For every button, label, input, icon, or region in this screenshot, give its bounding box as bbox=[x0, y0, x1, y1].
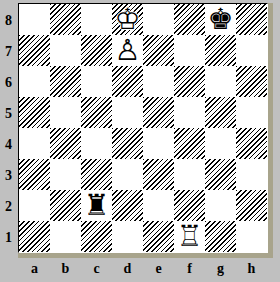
board-grid: ♚♔♚♚♟♙♜♜♜♖ bbox=[19, 4, 267, 252]
square-e3[interactable] bbox=[143, 159, 174, 190]
file-label-h: h bbox=[236, 261, 267, 277]
square-b1[interactable] bbox=[50, 221, 81, 252]
square-f8[interactable] bbox=[174, 4, 205, 35]
square-h4[interactable] bbox=[236, 128, 267, 159]
square-e5[interactable] bbox=[143, 97, 174, 128]
rank-label-3: 3 bbox=[0, 159, 17, 190]
rank-label-2: 2 bbox=[0, 190, 17, 221]
square-c6[interactable] bbox=[81, 66, 112, 97]
square-g7[interactable] bbox=[205, 35, 236, 66]
square-g4[interactable] bbox=[205, 128, 236, 159]
square-c7[interactable] bbox=[81, 35, 112, 66]
square-f6[interactable] bbox=[174, 66, 205, 97]
square-g1[interactable] bbox=[205, 221, 236, 252]
square-b3[interactable] bbox=[50, 159, 81, 190]
file-label-e: e bbox=[143, 261, 174, 277]
king-glyph: ♚ bbox=[208, 5, 234, 34]
white-rook[interactable]: ♜♖ bbox=[174, 221, 205, 252]
king-glyph: ♔ bbox=[115, 5, 141, 34]
square-h7[interactable] bbox=[236, 35, 267, 66]
square-d8[interactable]: ♚♔ bbox=[112, 4, 143, 35]
file-label-c: c bbox=[81, 261, 112, 277]
rank-label-6: 6 bbox=[0, 66, 17, 97]
black-king[interactable]: ♚♚ bbox=[205, 4, 236, 35]
square-a2[interactable] bbox=[19, 190, 50, 221]
square-h1[interactable] bbox=[236, 221, 267, 252]
square-c5[interactable] bbox=[81, 97, 112, 128]
pawn-glyph: ♙ bbox=[115, 36, 141, 65]
square-f1[interactable]: ♜♖ bbox=[174, 221, 205, 252]
square-e6[interactable] bbox=[143, 66, 174, 97]
square-b4[interactable] bbox=[50, 128, 81, 159]
square-a3[interactable] bbox=[19, 159, 50, 190]
square-h2[interactable] bbox=[236, 190, 267, 221]
square-g5[interactable] bbox=[205, 97, 236, 128]
square-d3[interactable] bbox=[112, 159, 143, 190]
board-frame: ♚♔♚♚♟♙♜♜♜♖ bbox=[18, 3, 273, 258]
square-b8[interactable] bbox=[50, 4, 81, 35]
square-f7[interactable] bbox=[174, 35, 205, 66]
square-f2[interactable] bbox=[174, 190, 205, 221]
square-a4[interactable] bbox=[19, 128, 50, 159]
square-b6[interactable] bbox=[50, 66, 81, 97]
square-h6[interactable] bbox=[236, 66, 267, 97]
square-f5[interactable] bbox=[174, 97, 205, 128]
square-d4[interactable] bbox=[112, 128, 143, 159]
square-a6[interactable] bbox=[19, 66, 50, 97]
square-d6[interactable] bbox=[112, 66, 143, 97]
square-b5[interactable] bbox=[50, 97, 81, 128]
rank-label-1: 1 bbox=[0, 221, 17, 252]
square-h3[interactable] bbox=[236, 159, 267, 190]
square-g8[interactable]: ♚♚ bbox=[205, 4, 236, 35]
square-e7[interactable] bbox=[143, 35, 174, 66]
square-a1[interactable] bbox=[19, 221, 50, 252]
board-border: ♚♔♚♚♟♙♜♜♜♖ bbox=[18, 3, 268, 253]
square-g2[interactable] bbox=[205, 190, 236, 221]
square-e1[interactable] bbox=[143, 221, 174, 252]
square-a5[interactable] bbox=[19, 97, 50, 128]
rook-glyph: ♜ bbox=[84, 191, 110, 220]
square-d2[interactable] bbox=[112, 190, 143, 221]
square-c2[interactable]: ♜♜ bbox=[81, 190, 112, 221]
square-e4[interactable] bbox=[143, 128, 174, 159]
white-pawn[interactable]: ♟♙ bbox=[112, 35, 143, 66]
white-king[interactable]: ♚♔ bbox=[112, 4, 143, 35]
square-b7[interactable] bbox=[50, 35, 81, 66]
square-f3[interactable] bbox=[174, 159, 205, 190]
square-d5[interactable] bbox=[112, 97, 143, 128]
square-h5[interactable] bbox=[236, 97, 267, 128]
file-label-a: a bbox=[19, 261, 50, 277]
rank-label-4: 4 bbox=[0, 128, 17, 159]
rank-label-7: 7 bbox=[0, 35, 17, 66]
black-rook[interactable]: ♜♜ bbox=[81, 190, 112, 221]
square-c4[interactable] bbox=[81, 128, 112, 159]
file-label-f: f bbox=[174, 261, 205, 277]
square-g3[interactable] bbox=[205, 159, 236, 190]
square-g6[interactable] bbox=[205, 66, 236, 97]
file-label-g: g bbox=[205, 261, 236, 277]
square-c3[interactable] bbox=[81, 159, 112, 190]
square-h8[interactable] bbox=[236, 4, 267, 35]
rank-label-5: 5 bbox=[0, 97, 17, 128]
square-a8[interactable] bbox=[19, 4, 50, 35]
file-labels: abcdefgh bbox=[19, 261, 267, 277]
square-e2[interactable] bbox=[143, 190, 174, 221]
chess-diagram: 87654321 ♚♔♚♚♟♙♜♜♜♖ abcdefgh bbox=[0, 0, 280, 282]
square-d1[interactable] bbox=[112, 221, 143, 252]
file-label-b: b bbox=[50, 261, 81, 277]
square-d7[interactable]: ♟♙ bbox=[112, 35, 143, 66]
square-c8[interactable] bbox=[81, 4, 112, 35]
rank-labels: 87654321 bbox=[0, 4, 17, 252]
square-a7[interactable] bbox=[19, 35, 50, 66]
file-label-d: d bbox=[112, 261, 143, 277]
square-b2[interactable] bbox=[50, 190, 81, 221]
rook-glyph: ♖ bbox=[177, 222, 203, 251]
square-c1[interactable] bbox=[81, 221, 112, 252]
square-f4[interactable] bbox=[174, 128, 205, 159]
square-e8[interactable] bbox=[143, 4, 174, 35]
rank-label-8: 8 bbox=[0, 4, 17, 35]
